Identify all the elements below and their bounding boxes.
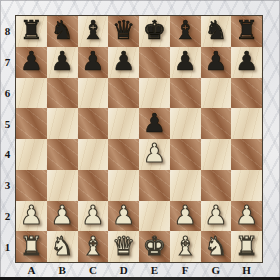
square-f3[interactable] — [170, 170, 201, 201]
square-a3[interactable] — [16, 170, 47, 201]
square-d8[interactable]: ♛ — [108, 16, 139, 47]
white-knight[interactable]: ♞ — [50, 233, 73, 259]
square-g5[interactable] — [201, 108, 232, 139]
file-labels: ABCDEFGH — [16, 262, 262, 277]
square-b1[interactable]: ♞ — [47, 231, 78, 262]
black-pawn[interactable]: ♟ — [204, 48, 227, 74]
square-f8[interactable]: ♝ — [170, 16, 201, 47]
square-b8[interactable]: ♞ — [47, 16, 78, 47]
black-pawn[interactable]: ♟ — [143, 110, 166, 136]
square-h7[interactable]: ♟ — [231, 47, 262, 78]
black-pawn[interactable]: ♟ — [81, 48, 104, 74]
black-bishop[interactable]: ♝ — [173, 17, 196, 43]
square-g4[interactable] — [201, 139, 232, 170]
square-h4[interactable] — [231, 139, 262, 170]
white-pawn[interactable]: ♟ — [112, 202, 135, 228]
file-label-a: A — [16, 262, 47, 277]
black-pawn[interactable]: ♟ — [20, 48, 43, 74]
white-pawn[interactable]: ♟ — [81, 202, 104, 228]
square-b6[interactable] — [47, 78, 78, 109]
square-a7[interactable]: ♟ — [16, 47, 47, 78]
square-c8[interactable]: ♝ — [78, 16, 109, 47]
square-e4[interactable]: ♟ — [139, 139, 170, 170]
square-f5[interactable] — [170, 108, 201, 139]
square-d5[interactable] — [108, 108, 139, 139]
square-e6[interactable] — [139, 78, 170, 109]
rank-label-2: 2 — [0, 201, 15, 232]
file-label-g: G — [201, 262, 232, 277]
file-label-f: F — [170, 262, 201, 277]
square-g3[interactable] — [201, 170, 232, 201]
square-h3[interactable] — [231, 170, 262, 201]
black-bishop[interactable]: ♝ — [81, 17, 104, 43]
square-d3[interactable] — [108, 170, 139, 201]
black-king[interactable]: ♚ — [143, 17, 166, 43]
square-b4[interactable] — [47, 139, 78, 170]
rank-label-8: 8 — [0, 16, 15, 47]
square-h8[interactable]: ♜ — [231, 16, 262, 47]
square-c4[interactable] — [78, 139, 109, 170]
square-a6[interactable] — [16, 78, 47, 109]
rank-label-3: 3 — [0, 170, 15, 201]
white-queen[interactable]: ♛ — [112, 233, 135, 259]
square-g7[interactable]: ♟ — [201, 47, 232, 78]
chess-diagram: 87654321 ♜♞♝♛♚♝♞♜♟♟♟♟♟♟♟♟♟♟♟♟♟♟♟♟♜♞♝♛♚♝♞… — [0, 0, 280, 280]
square-g6[interactable] — [201, 78, 232, 109]
square-b5[interactable] — [47, 108, 78, 139]
black-knight[interactable]: ♞ — [50, 17, 73, 43]
square-b7[interactable]: ♟ — [47, 47, 78, 78]
square-a5[interactable] — [16, 108, 47, 139]
white-knight[interactable]: ♞ — [204, 233, 227, 259]
square-c7[interactable]: ♟ — [78, 47, 109, 78]
square-a8[interactable]: ♜ — [16, 16, 47, 47]
rank-label-5: 5 — [0, 108, 15, 139]
file-label-c: C — [78, 262, 109, 277]
chess-board: ♜♞♝♛♚♝♞♜♟♟♟♟♟♟♟♟♟♟♟♟♟♟♟♟♜♞♝♛♚♝♞♜ — [16, 16, 262, 262]
square-g1[interactable]: ♞ — [201, 231, 232, 262]
white-bishop[interactable]: ♝ — [81, 233, 104, 259]
square-e2[interactable] — [139, 201, 170, 232]
board-outline: ♜♞♝♛♚♝♞♜♟♟♟♟♟♟♟♟♟♟♟♟♟♟♟♟♜♞♝♛♚♝♞♜ — [15, 15, 263, 263]
square-e1[interactable]: ♚ — [139, 231, 170, 262]
square-d7[interactable]: ♟ — [108, 47, 139, 78]
square-c2[interactable]: ♟ — [78, 201, 109, 232]
file-label-d: D — [108, 262, 139, 277]
square-g8[interactable]: ♞ — [201, 16, 232, 47]
square-e8[interactable]: ♚ — [139, 16, 170, 47]
square-e3[interactable] — [139, 170, 170, 201]
white-pawn[interactable]: ♟ — [143, 140, 166, 166]
white-pawn[interactable]: ♟ — [204, 202, 227, 228]
square-g2[interactable]: ♟ — [201, 201, 232, 232]
rank-labels: 87654321 — [0, 16, 15, 262]
square-e5[interactable]: ♟ — [139, 108, 170, 139]
black-rook[interactable]: ♜ — [235, 17, 258, 43]
square-a4[interactable] — [16, 139, 47, 170]
white-pawn[interactable]: ♟ — [173, 202, 196, 228]
square-b2[interactable]: ♟ — [47, 201, 78, 232]
file-label-b: B — [47, 262, 78, 277]
white-bishop[interactable]: ♝ — [173, 233, 196, 259]
square-c3[interactable] — [78, 170, 109, 201]
black-knight[interactable]: ♞ — [204, 17, 227, 43]
rank-label-6: 6 — [0, 78, 15, 109]
square-h5[interactable] — [231, 108, 262, 139]
white-rook[interactable]: ♜ — [235, 233, 258, 259]
square-h6[interactable] — [231, 78, 262, 109]
rank-label-1: 1 — [0, 231, 15, 262]
black-pawn[interactable]: ♟ — [235, 48, 258, 74]
square-d2[interactable]: ♟ — [108, 201, 139, 232]
square-d1[interactable]: ♛ — [108, 231, 139, 262]
square-f1[interactable]: ♝ — [170, 231, 201, 262]
square-d4[interactable] — [108, 139, 139, 170]
file-label-h: H — [231, 262, 262, 277]
white-pawn[interactable]: ♟ — [50, 202, 73, 228]
square-c5[interactable] — [78, 108, 109, 139]
white-pawn[interactable]: ♟ — [235, 202, 258, 228]
black-pawn[interactable]: ♟ — [112, 48, 135, 74]
square-c6[interactable] — [78, 78, 109, 109]
square-h2[interactable]: ♟ — [231, 201, 262, 232]
black-rook[interactable]: ♜ — [20, 17, 43, 43]
square-d6[interactable] — [108, 78, 139, 109]
white-rook[interactable]: ♜ — [20, 233, 43, 259]
black-pawn[interactable]: ♟ — [173, 48, 196, 74]
square-e7[interactable] — [139, 47, 170, 78]
square-a2[interactable]: ♟ — [16, 201, 47, 232]
square-f6[interactable] — [170, 78, 201, 109]
square-h1[interactable]: ♜ — [231, 231, 262, 262]
square-f7[interactable]: ♟ — [170, 47, 201, 78]
square-a1[interactable]: ♜ — [16, 231, 47, 262]
black-pawn[interactable]: ♟ — [50, 48, 73, 74]
white-king[interactable]: ♚ — [143, 233, 166, 259]
white-pawn[interactable]: ♟ — [20, 202, 43, 228]
black-queen[interactable]: ♛ — [112, 17, 135, 43]
square-c1[interactable]: ♝ — [78, 231, 109, 262]
file-label-e: E — [139, 262, 170, 277]
square-b3[interactable] — [47, 170, 78, 201]
square-f4[interactable] — [170, 139, 201, 170]
rank-label-4: 4 — [0, 139, 15, 170]
square-f2[interactable]: ♟ — [170, 201, 201, 232]
rank-label-7: 7 — [0, 47, 15, 78]
